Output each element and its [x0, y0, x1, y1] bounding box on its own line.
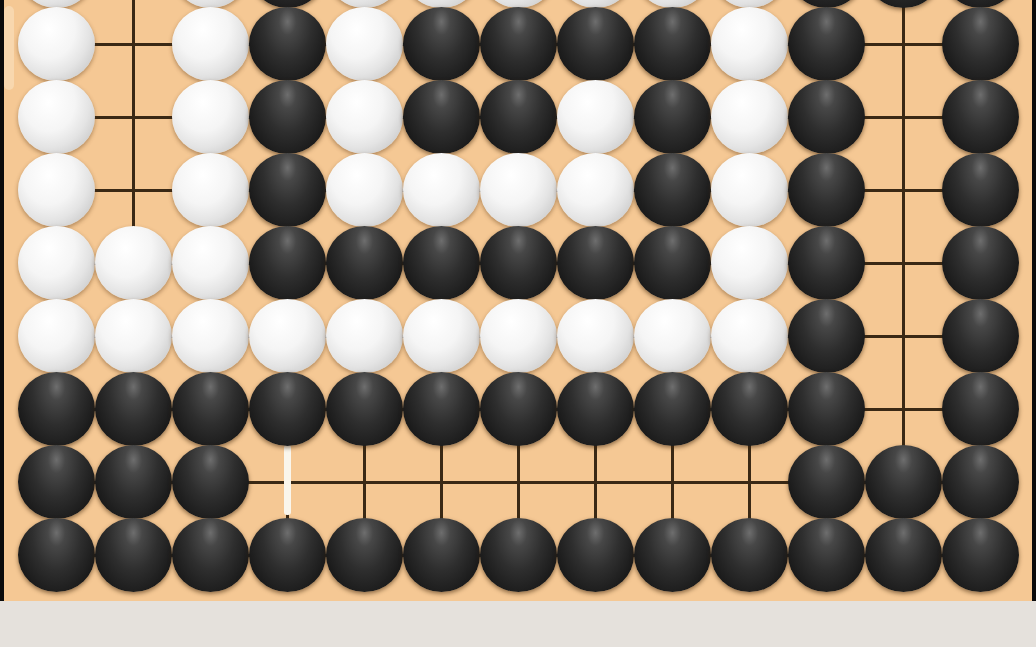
- intersection-r8c12[interactable]: [942, 519, 1019, 592]
- black-stone[interactable]: [172, 372, 249, 446]
- black-stone[interactable]: [634, 226, 711, 300]
- intersection-r5c0[interactable]: [18, 300, 95, 373]
- black-stone[interactable]: [942, 372, 1019, 446]
- intersection-r6c5[interactable]: [403, 373, 480, 446]
- go-app-screen: [0, 0, 1036, 647]
- intersection-r6c12[interactable]: [942, 373, 1019, 446]
- black-stone[interactable]: [18, 445, 95, 519]
- left-border: [0, 0, 4, 601]
- intersection-r6c4[interactable]: [326, 373, 403, 446]
- intersection-r5c5[interactable]: [403, 300, 480, 373]
- intersection-r7c8[interactable]: [634, 446, 711, 519]
- intersection-r1c6[interactable]: [480, 8, 557, 81]
- white-stone[interactable]: [18, 226, 95, 300]
- intersection-r6c7[interactable]: [557, 373, 634, 446]
- intersection-r4c8[interactable]: [634, 227, 711, 300]
- right-border: [1032, 0, 1036, 601]
- black-stone[interactable]: [403, 226, 480, 300]
- black-stone[interactable]: [249, 80, 326, 154]
- intersection-r2c10[interactable]: [788, 81, 865, 154]
- intersection-r2c4[interactable]: [326, 81, 403, 154]
- black-stone[interactable]: [788, 445, 865, 519]
- intersection-r2c9[interactable]: [711, 81, 788, 154]
- intersection-r1c5[interactable]: [403, 8, 480, 81]
- black-stone[interactable]: [480, 7, 557, 81]
- intersection-r3c4[interactable]: [326, 154, 403, 227]
- black-stone[interactable]: [95, 518, 172, 592]
- black-stone[interactable]: [865, 0, 942, 8]
- intersection-r6c8[interactable]: [634, 373, 711, 446]
- intersection-r3c7[interactable]: [557, 154, 634, 227]
- black-stone[interactable]: [480, 80, 557, 154]
- black-stone[interactable]: [403, 7, 480, 81]
- intersection-r3c9[interactable]: [711, 154, 788, 227]
- black-stone[interactable]: [788, 153, 865, 227]
- black-stone[interactable]: [788, 299, 865, 373]
- intersection-r4c3[interactable]: [249, 227, 326, 300]
- black-stone[interactable]: [788, 7, 865, 81]
- intersection-r5c12[interactable]: [942, 300, 1019, 373]
- intersection-r3c3[interactable]: [249, 154, 326, 227]
- white-stone[interactable]: [403, 153, 480, 227]
- intersection-r8c11[interactable]: [865, 519, 942, 592]
- intersection-r4c12[interactable]: [942, 227, 1019, 300]
- goban-grid: [18, 0, 1019, 592]
- black-stone[interactable]: [480, 226, 557, 300]
- intersection-r7c2[interactable]: [172, 446, 249, 519]
- black-stone[interactable]: [788, 80, 865, 154]
- intersection-r3c6[interactable]: [480, 154, 557, 227]
- white-stone[interactable]: [557, 299, 634, 373]
- bottom-strip: [0, 601, 1036, 647]
- black-stone[interactable]: [942, 7, 1019, 81]
- white-stone[interactable]: [18, 7, 95, 81]
- intersection-r3c12[interactable]: [942, 154, 1019, 227]
- black-stone[interactable]: [557, 226, 634, 300]
- white-stone[interactable]: [326, 153, 403, 227]
- intersection-r8c7[interactable]: [557, 519, 634, 592]
- intersection-r1c12[interactable]: [942, 8, 1019, 81]
- intersection-r5c2[interactable]: [172, 300, 249, 373]
- intersection-r4c2[interactable]: [172, 227, 249, 300]
- intersection-r8c10[interactable]: [788, 519, 865, 592]
- white-stone[interactable]: [711, 299, 788, 373]
- intersection-r2c2[interactable]: [172, 81, 249, 154]
- white-stone[interactable]: [172, 299, 249, 373]
- intersection-r5c10[interactable]: [788, 300, 865, 373]
- intersection-r7c0[interactable]: [18, 446, 95, 519]
- intersection-r6c3[interactable]: [249, 373, 326, 446]
- black-stone[interactable]: [942, 153, 1019, 227]
- intersection-r8c6[interactable]: [480, 519, 557, 592]
- black-stone[interactable]: [249, 226, 326, 300]
- white-stone[interactable]: [249, 299, 326, 373]
- intersection-r4c7[interactable]: [557, 227, 634, 300]
- black-stone[interactable]: [557, 518, 634, 592]
- intersection-r3c2[interactable]: [172, 154, 249, 227]
- white-stone[interactable]: [480, 299, 557, 373]
- white-stone[interactable]: [172, 80, 249, 154]
- black-stone[interactable]: [480, 518, 557, 592]
- white-stone[interactable]: [557, 80, 634, 154]
- intersection-r1c1[interactable]: [95, 8, 172, 81]
- intersection-r4c5[interactable]: [403, 227, 480, 300]
- intersection-r6c9[interactable]: [711, 373, 788, 446]
- intersection-r4c9[interactable]: [711, 227, 788, 300]
- black-stone[interactable]: [249, 372, 326, 446]
- intersection-r3c11[interactable]: [865, 154, 942, 227]
- intersection-r2c3[interactable]: [249, 81, 326, 154]
- intersection-r8c9[interactable]: [711, 519, 788, 592]
- intersection-r1c11[interactable]: [865, 8, 942, 81]
- white-stone[interactable]: [172, 153, 249, 227]
- white-stone[interactable]: [711, 80, 788, 154]
- intersection-r7c6[interactable]: [480, 446, 557, 519]
- intersection-r0c11[interactable]: [865, 0, 942, 8]
- intersection-r0c1[interactable]: [95, 0, 172, 8]
- intersection-r8c8[interactable]: [634, 519, 711, 592]
- black-stone[interactable]: [557, 372, 634, 446]
- intersection-r8c5[interactable]: [403, 519, 480, 592]
- intersection-r3c5[interactable]: [403, 154, 480, 227]
- black-stone[interactable]: [249, 153, 326, 227]
- black-stone[interactable]: [18, 372, 95, 446]
- intersection-r2c0[interactable]: [18, 81, 95, 154]
- black-stone[interactable]: [788, 518, 865, 592]
- intersection-r5c7[interactable]: [557, 300, 634, 373]
- intersection-r3c1[interactable]: [95, 154, 172, 227]
- intersection-r6c10[interactable]: [788, 373, 865, 446]
- black-stone[interactable]: [18, 518, 95, 592]
- intersection-r5c6[interactable]: [480, 300, 557, 373]
- intersection-r1c8[interactable]: [634, 8, 711, 81]
- white-stone[interactable]: [18, 153, 95, 227]
- intersection-r5c8[interactable]: [634, 300, 711, 373]
- intersection-r7c7[interactable]: [557, 446, 634, 519]
- white-stone[interactable]: [711, 226, 788, 300]
- black-stone[interactable]: [480, 372, 557, 446]
- intersection-r7c3[interactable]: [249, 446, 326, 519]
- go-board[interactable]: [0, 0, 1036, 601]
- intersection-r5c4[interactable]: [326, 300, 403, 373]
- intersection-r7c10[interactable]: [788, 446, 865, 519]
- intersection-r1c3[interactable]: [249, 8, 326, 81]
- black-stone[interactable]: [249, 518, 326, 592]
- black-stone[interactable]: [711, 518, 788, 592]
- intersection-r6c1[interactable]: [95, 373, 172, 446]
- intersection-r4c10[interactable]: [788, 227, 865, 300]
- white-stone[interactable]: [18, 299, 95, 373]
- intersection-r5c3[interactable]: [249, 300, 326, 373]
- black-stone[interactable]: [634, 153, 711, 227]
- intersection-r5c11[interactable]: [865, 300, 942, 373]
- intersection-r1c4[interactable]: [326, 8, 403, 81]
- black-stone[interactable]: [95, 372, 172, 446]
- black-stone[interactable]: [942, 80, 1019, 154]
- intersection-r5c1[interactable]: [95, 300, 172, 373]
- white-stone[interactable]: [172, 7, 249, 81]
- black-stone[interactable]: [326, 518, 403, 592]
- white-stone[interactable]: [557, 153, 634, 227]
- intersection-r7c5[interactable]: [403, 446, 480, 519]
- intersection-r1c7[interactable]: [557, 8, 634, 81]
- intersection-r2c8[interactable]: [634, 81, 711, 154]
- white-stone[interactable]: [18, 80, 95, 154]
- black-stone[interactable]: [788, 372, 865, 446]
- intersection-r4c1[interactable]: [95, 227, 172, 300]
- black-stone[interactable]: [95, 445, 172, 519]
- board-edge-highlight: [4, 6, 14, 90]
- intersection-r6c6[interactable]: [480, 373, 557, 446]
- intersection-r1c9[interactable]: [711, 8, 788, 81]
- intersection-r2c7[interactable]: [557, 81, 634, 154]
- intersection-r5c9[interactable]: [711, 300, 788, 373]
- black-stone[interactable]: [403, 372, 480, 446]
- black-stone[interactable]: [634, 372, 711, 446]
- black-stone[interactable]: [172, 518, 249, 592]
- white-stone[interactable]: [634, 299, 711, 373]
- intersection-r2c5[interactable]: [403, 81, 480, 154]
- white-stone[interactable]: [172, 226, 249, 300]
- intersection-r6c11[interactable]: [865, 373, 942, 446]
- intersection-r1c10[interactable]: [788, 8, 865, 81]
- white-stone[interactable]: [326, 7, 403, 81]
- intersection-r4c11[interactable]: [865, 227, 942, 300]
- intersection-r2c12[interactable]: [942, 81, 1019, 154]
- intersection-r4c6[interactable]: [480, 227, 557, 300]
- black-stone[interactable]: [557, 7, 634, 81]
- white-stone[interactable]: [326, 299, 403, 373]
- intersection-r1c2[interactable]: [172, 8, 249, 81]
- intersection-r3c10[interactable]: [788, 154, 865, 227]
- black-stone[interactable]: [172, 445, 249, 519]
- intersection-r2c1[interactable]: [95, 81, 172, 154]
- black-stone[interactable]: [326, 226, 403, 300]
- black-stone[interactable]: [942, 445, 1019, 519]
- white-stone[interactable]: [326, 80, 403, 154]
- white-stone[interactable]: [95, 299, 172, 373]
- intersection-r8c1[interactable]: [95, 519, 172, 592]
- black-stone[interactable]: [403, 80, 480, 154]
- intersection-r2c11[interactable]: [865, 81, 942, 154]
- intersection-r8c4[interactable]: [326, 519, 403, 592]
- white-stone[interactable]: [711, 7, 788, 81]
- intersection-r7c11[interactable]: [865, 446, 942, 519]
- black-stone[interactable]: [788, 226, 865, 300]
- intersection-r8c0[interactable]: [18, 519, 95, 592]
- black-stone[interactable]: [403, 518, 480, 592]
- intersection-r7c4[interactable]: [326, 446, 403, 519]
- black-stone[interactable]: [942, 226, 1019, 300]
- intersection-r4c0[interactable]: [18, 227, 95, 300]
- black-stone[interactable]: [326, 372, 403, 446]
- intersection-r8c2[interactable]: [172, 519, 249, 592]
- black-stone[interactable]: [634, 80, 711, 154]
- white-stone[interactable]: [480, 153, 557, 227]
- intersection-r6c0[interactable]: [18, 373, 95, 446]
- white-stone[interactable]: [403, 299, 480, 373]
- black-stone[interactable]: [249, 7, 326, 81]
- intersection-r2c6[interactable]: [480, 81, 557, 154]
- black-stone[interactable]: [634, 7, 711, 81]
- black-stone[interactable]: [711, 372, 788, 446]
- intersection-r3c8[interactable]: [634, 154, 711, 227]
- black-stone[interactable]: [865, 445, 942, 519]
- intersection-r1c0[interactable]: [18, 8, 95, 81]
- intersection-r3c0[interactable]: [18, 154, 95, 227]
- intersection-r7c12[interactable]: [942, 446, 1019, 519]
- intersection-r7c1[interactable]: [95, 446, 172, 519]
- intersection-r6c2[interactable]: [172, 373, 249, 446]
- white-stone[interactable]: [711, 153, 788, 227]
- black-stone[interactable]: [634, 518, 711, 592]
- intersection-r8c3[interactable]: [249, 519, 326, 592]
- black-stone[interactable]: [865, 518, 942, 592]
- black-stone[interactable]: [942, 518, 1019, 592]
- intersection-r7c9[interactable]: [711, 446, 788, 519]
- intersection-r4c4[interactable]: [326, 227, 403, 300]
- black-stone[interactable]: [942, 299, 1019, 373]
- white-stone[interactable]: [95, 226, 172, 300]
